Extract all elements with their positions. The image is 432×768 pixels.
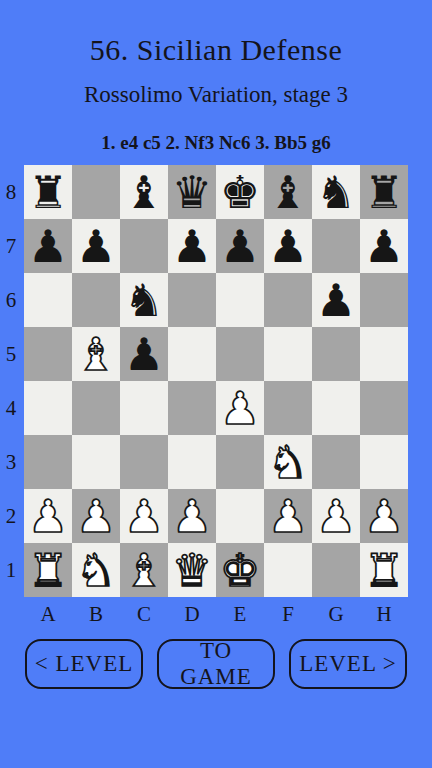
square-h1[interactable]: ♜ (360, 543, 408, 597)
square-b3[interactable] (72, 435, 120, 489)
file-label-c: C (120, 597, 168, 631)
square-a6[interactable] (24, 273, 72, 327)
square-h8[interactable]: ♜ (360, 165, 408, 219)
square-f2[interactable]: ♟ (264, 489, 312, 543)
white-queen-d1[interactable]: ♛ (172, 548, 212, 593)
file-label-d: D (168, 597, 216, 631)
white-knight-b1[interactable]: ♞ (76, 548, 116, 593)
rank-label-8: 8 (0, 165, 24, 219)
next-level-button[interactable]: LEVEL > (289, 639, 407, 689)
white-pawn-h2[interactable]: ♟ (364, 494, 404, 539)
white-pawn-a2[interactable]: ♟ (28, 494, 68, 539)
chess-board: 8♜♝♛♚♝♞♜7♟♟♟♟♟♟6♞♟5♝♟4♟3♞2♟♟♟♟♟♟♟1♜♞♝♛♚♜… (0, 165, 408, 631)
black-pawn-a7[interactable]: ♟ (28, 224, 68, 269)
black-pawn-d7[interactable]: ♟ (172, 224, 212, 269)
square-b2[interactable]: ♟ (72, 489, 120, 543)
square-f7[interactable]: ♟ (264, 219, 312, 273)
square-g7[interactable] (312, 219, 360, 273)
square-d3[interactable] (168, 435, 216, 489)
moves-line: 1. e4 c5 2. Nf3 Nc6 3. Bb5 g6 (0, 132, 432, 154)
board-corner (0, 597, 24, 631)
square-e3[interactable] (216, 435, 264, 489)
square-f1[interactable] (264, 543, 312, 597)
square-c4[interactable] (120, 381, 168, 435)
square-a5[interactable] (24, 327, 72, 381)
square-d6[interactable] (168, 273, 216, 327)
file-label-a: A (24, 597, 72, 631)
square-a1[interactable]: ♜ (24, 543, 72, 597)
square-h6[interactable] (360, 273, 408, 327)
white-rook-h1[interactable]: ♜ (364, 548, 404, 593)
white-pawn-e4[interactable]: ♟ (220, 386, 260, 431)
square-g1[interactable] (312, 543, 360, 597)
square-c5[interactable]: ♟ (120, 327, 168, 381)
black-bishop-c8[interactable]: ♝ (124, 170, 164, 215)
file-label-g: G (312, 597, 360, 631)
file-label-f: F (264, 597, 312, 631)
black-king-e8[interactable]: ♚ (220, 170, 260, 215)
square-c7[interactable] (120, 219, 168, 273)
square-h4[interactable] (360, 381, 408, 435)
prev-level-button[interactable]: < LEVEL (25, 639, 143, 689)
white-pawn-d2[interactable]: ♟ (172, 494, 212, 539)
square-b7[interactable]: ♟ (72, 219, 120, 273)
square-g2[interactable]: ♟ (312, 489, 360, 543)
square-g3[interactable] (312, 435, 360, 489)
square-g6[interactable]: ♟ (312, 273, 360, 327)
white-bishop-c1[interactable]: ♝ (124, 548, 164, 593)
black-knight-g8[interactable]: ♞ (316, 170, 356, 215)
square-f4[interactable] (264, 381, 312, 435)
square-c3[interactable] (120, 435, 168, 489)
button-bar: < LEVEL TO GAME LEVEL > (0, 639, 432, 689)
square-b5[interactable]: ♝ (72, 327, 120, 381)
file-label-b: B (72, 597, 120, 631)
black-rook-a8[interactable]: ♜ (28, 170, 68, 215)
file-label-h: H (360, 597, 408, 631)
black-pawn-g6[interactable]: ♟ (316, 278, 356, 323)
black-pawn-c5[interactable]: ♟ (124, 332, 164, 377)
square-a3[interactable] (24, 435, 72, 489)
square-d8[interactable]: ♛ (168, 165, 216, 219)
black-bishop-f8[interactable]: ♝ (268, 170, 308, 215)
black-pawn-f7[interactable]: ♟ (268, 224, 308, 269)
rank-label-1: 1 (0, 543, 24, 597)
square-b4[interactable] (72, 381, 120, 435)
square-f6[interactable] (264, 273, 312, 327)
black-pawn-h7[interactable]: ♟ (364, 224, 404, 269)
rank-label-4: 4 (0, 381, 24, 435)
black-rook-h8[interactable]: ♜ (364, 170, 404, 215)
square-f3[interactable]: ♞ (264, 435, 312, 489)
white-rook-a1[interactable]: ♜ (28, 548, 68, 593)
square-a8[interactable]: ♜ (24, 165, 72, 219)
square-d1[interactable]: ♛ (168, 543, 216, 597)
rank-label-5: 5 (0, 327, 24, 381)
square-e6[interactable] (216, 273, 264, 327)
lesson-title: 56. Sicilian Defense (0, 33, 432, 67)
square-c6[interactable]: ♞ (120, 273, 168, 327)
rank-label-6: 6 (0, 273, 24, 327)
white-pawn-b2[interactable]: ♟ (76, 494, 116, 539)
square-f8[interactable]: ♝ (264, 165, 312, 219)
square-b6[interactable] (72, 273, 120, 327)
square-e2[interactable] (216, 489, 264, 543)
square-d2[interactable]: ♟ (168, 489, 216, 543)
square-b8[interactable] (72, 165, 120, 219)
white-king-e1[interactable]: ♚ (220, 548, 260, 593)
header: 56. Sicilian Defense Rossolimo Variation… (0, 33, 432, 154)
rank-label-7: 7 (0, 219, 24, 273)
square-e8[interactable]: ♚ (216, 165, 264, 219)
square-e7[interactable]: ♟ (216, 219, 264, 273)
square-c1[interactable]: ♝ (120, 543, 168, 597)
square-a4[interactable] (24, 381, 72, 435)
white-pawn-g2[interactable]: ♟ (316, 494, 356, 539)
square-g8[interactable]: ♞ (312, 165, 360, 219)
square-h3[interactable] (360, 435, 408, 489)
square-f5[interactable] (264, 327, 312, 381)
black-pawn-b7[interactable]: ♟ (76, 224, 116, 269)
square-g5[interactable] (312, 327, 360, 381)
black-pawn-e7[interactable]: ♟ (220, 224, 260, 269)
black-queen-d8[interactable]: ♛ (172, 170, 212, 215)
square-d5[interactable] (168, 327, 216, 381)
rank-label-2: 2 (0, 489, 24, 543)
square-e1[interactable]: ♚ (216, 543, 264, 597)
square-d7[interactable]: ♟ (168, 219, 216, 273)
square-a7[interactable]: ♟ (24, 219, 72, 273)
square-c2[interactable]: ♟ (120, 489, 168, 543)
square-b1[interactable]: ♞ (72, 543, 120, 597)
square-e4[interactable]: ♟ (216, 381, 264, 435)
file-label-e: E (216, 597, 264, 631)
square-c8[interactable]: ♝ (120, 165, 168, 219)
square-d4[interactable] (168, 381, 216, 435)
square-h5[interactable] (360, 327, 408, 381)
white-bishop-b5[interactable]: ♝ (76, 332, 116, 377)
square-h7[interactable]: ♟ (360, 219, 408, 273)
to-game-button[interactable]: TO GAME (157, 639, 275, 689)
white-knight-f3[interactable]: ♞ (268, 440, 308, 485)
white-pawn-f2[interactable]: ♟ (268, 494, 308, 539)
square-a2[interactable]: ♟ (24, 489, 72, 543)
white-pawn-c2[interactable]: ♟ (124, 494, 164, 539)
square-h2[interactable]: ♟ (360, 489, 408, 543)
square-g4[interactable] (312, 381, 360, 435)
variation-subtitle: Rossolimo Variation, stage 3 (0, 82, 432, 108)
square-e5[interactable] (216, 327, 264, 381)
black-knight-c6[interactable]: ♞ (124, 278, 164, 323)
rank-label-3: 3 (0, 435, 24, 489)
